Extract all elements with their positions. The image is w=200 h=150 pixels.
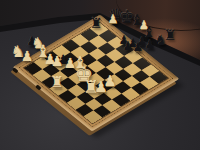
pieces-layer: ♛♚♟♝♜♟♝♜♟♞♟♟♟♟♞♟♟♞♝♟♟♟♟♟♝♚♟♜♜♟: [0, 0, 200, 150]
piece-black-rook: ♜: [90, 16, 103, 30]
piece-white-rook: ♜: [50, 75, 63, 90]
piece-black-pawn: ♟: [133, 41, 144, 53]
photo-scene: ♛♚♟♝♜♟♝♜♟♞♟♟♟♟♞♟♟♞♝♟♟♟♟♟♝♚♟♜♜♟: [0, 0, 200, 150]
piece-black-pawn: ♟: [145, 38, 156, 50]
piece-black-knight: ♞: [155, 33, 168, 47]
piece-white-pawn: ♟: [108, 13, 119, 25]
piece-white-pawn: ♟: [21, 49, 34, 63]
piece-white-pawn: ♟: [94, 80, 107, 95]
piece-white-pawn: ♟: [51, 54, 64, 68]
